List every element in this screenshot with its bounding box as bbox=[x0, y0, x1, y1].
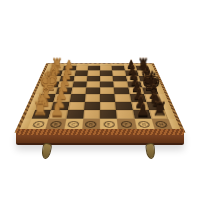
light-square: ♟ bbox=[61, 71, 75, 76]
dark-square bbox=[114, 88, 129, 95]
dark-square bbox=[115, 102, 132, 110]
dark-square: ♝ bbox=[38, 94, 56, 101]
dark-square: ♞ bbox=[49, 71, 63, 76]
front-face-wood bbox=[16, 135, 184, 143]
light-square bbox=[115, 94, 131, 101]
dark-square: ♟ bbox=[56, 88, 72, 95]
light-square: ♟ bbox=[54, 94, 71, 101]
dark-square bbox=[66, 110, 84, 119]
coordinate-ring-mark: C bbox=[67, 121, 79, 128]
light-square bbox=[87, 71, 100, 76]
board-border bbox=[156, 88, 165, 95]
coordinate-ring-mark: G bbox=[138, 121, 151, 128]
white-pawn: ♟ bbox=[61, 69, 72, 81]
coordinate-ring-mark: A bbox=[31, 121, 45, 128]
white-pawn: ♟ bbox=[57, 80, 69, 93]
dark-square: ♟ bbox=[129, 94, 146, 101]
white-rook: ♜ bbox=[32, 100, 48, 118]
product-photo: ♜♟♟♜♞♟♟♞♝♟♟♝♛♟♟♛♚♟♟♚♝♟♟♝♞♟♟♞♜♟♟♜ABCDEFGH bbox=[0, 0, 200, 200]
coordinate-ring-mark: E bbox=[103, 121, 114, 128]
chess-board: ♜♟♟♜♞♟♟♞♝♟♟♝♛♟♟♛♚♟♟♚♝♟♟♝♞♟♟♞♜♟♟♜ABCDEFGH bbox=[14, 63, 185, 133]
dark-square bbox=[100, 110, 117, 119]
light-square bbox=[112, 71, 125, 76]
coordinate-ring-mark: D bbox=[85, 121, 96, 128]
board-border bbox=[159, 94, 168, 101]
coordinate-ring-mark: H bbox=[155, 121, 169, 128]
coordinate-ring-mark: F bbox=[120, 121, 132, 128]
dark-square bbox=[100, 71, 113, 76]
white-pawn: ♟ bbox=[53, 94, 66, 109]
light-square bbox=[116, 110, 134, 119]
black-pawn: ♟ bbox=[134, 94, 147, 109]
light-square: ♝ bbox=[144, 94, 162, 101]
light-square bbox=[100, 102, 116, 110]
dark-square bbox=[69, 94, 85, 101]
brass-clasp-left-icon bbox=[41, 142, 53, 159]
light-square bbox=[71, 88, 86, 95]
light-square bbox=[68, 102, 85, 110]
light-square bbox=[100, 88, 115, 95]
brass-clasp-right-icon bbox=[145, 143, 156, 160]
light-square bbox=[83, 110, 100, 119]
dark-square bbox=[74, 71, 87, 76]
dark-square: ♟ bbox=[51, 102, 69, 110]
front-face-shadow-edge bbox=[16, 143, 184, 145]
black-pawn: ♟ bbox=[128, 69, 139, 81]
light-square: ♜ bbox=[149, 110, 169, 119]
dark-square bbox=[85, 88, 100, 95]
light-square bbox=[85, 94, 100, 101]
board-border bbox=[165, 110, 176, 119]
board-border bbox=[149, 71, 156, 76]
board-front-face bbox=[16, 129, 184, 145]
coordinate-ring-mark: B bbox=[49, 121, 62, 128]
dark-square bbox=[100, 94, 115, 101]
black-pawn: ♟ bbox=[131, 80, 143, 93]
light-square: ♟ bbox=[49, 110, 68, 119]
dark-square: ♜ bbox=[32, 110, 52, 119]
dark-square bbox=[84, 102, 100, 110]
dark-square: ♟ bbox=[132, 110, 151, 119]
